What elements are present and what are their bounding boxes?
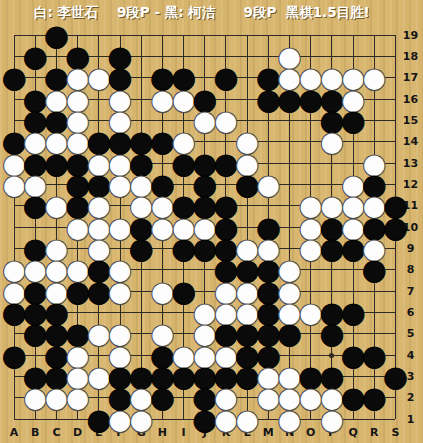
intersection-R6[interactable] [364,302,385,323]
intersection-J1[interactable]: ● [194,408,215,429]
intersection-E19[interactable] [88,25,109,46]
intersection-R8[interactable]: ● [364,259,385,280]
intersection-A2[interactable] [4,387,25,408]
intersection-F1[interactable]: ● [109,408,130,429]
intersection-C11[interactable]: ● [46,195,67,216]
intersection-J18[interactable] [194,46,215,67]
intersection-K15[interactable]: ● [215,110,236,131]
black-stone-Q6: ● [341,302,365,323]
intersection-A19[interactable] [4,25,25,46]
intersection-E3[interactable]: ● [88,366,109,387]
col-label-O: O [300,423,321,441]
intersection-N1[interactable]: ● [279,408,300,429]
intersection-H10[interactable]: ● [152,216,173,237]
intersection-G17[interactable] [131,67,152,88]
black-stone-Q15: ● [341,110,365,131]
intersection-F7[interactable]: ● [109,280,130,301]
intersection-B2[interactable]: ● [25,387,46,408]
black-stone-G9: ● [129,238,153,259]
intersection-F12[interactable]: ● [109,174,130,195]
black-stone-R8: ● [362,259,386,280]
white-stone-G1: ● [129,409,153,430]
col-label-C: C [46,423,67,441]
black-stone-R2: ● [362,387,386,408]
intersection-L17[interactable] [237,67,258,88]
intersection-Q15[interactable]: ● [343,110,364,131]
intersection-R2[interactable]: ● [364,387,385,408]
row-label-6: 6 [399,302,422,323]
intersection-Q6[interactable]: ● [343,302,364,323]
intersection-M19[interactable] [258,25,279,46]
intersection-O9[interactable]: ● [300,238,321,259]
white-stone-L1: ● [235,409,259,430]
intersection-N10[interactable] [279,216,300,237]
intersection-L12[interactable]: ● [237,174,258,195]
row-label-5: 5 [399,323,422,344]
intersection-N13[interactable] [279,152,300,173]
col-label-M: M [258,423,279,441]
intersection-H16[interactable]: ● [152,88,173,109]
row-label-17: 17 [399,67,422,88]
intersection-D10[interactable]: ● [67,216,88,237]
intersection-O6[interactable]: ● [300,302,321,323]
intersection-S10[interactable]: ● [385,216,406,237]
intersection-H19[interactable] [152,25,173,46]
black-stone-H2: ● [150,387,174,408]
intersection-G1[interactable]: ● [131,408,152,429]
row-label-14: 14 [399,131,422,152]
intersection-J9[interactable]: ● [194,238,215,259]
row-label-7: 7 [399,280,422,301]
intersection-Q2[interactable]: ● [343,387,364,408]
col-label-A: A [4,423,25,441]
intersection-E7[interactable]: ● [88,280,109,301]
intersection-H7[interactable]: ● [152,280,173,301]
intersection-N12[interactable] [279,174,300,195]
intersection-Q4[interactable]: ● [343,344,364,365]
white-stone-N1: ● [277,409,301,430]
row-label-18: 18 [399,46,422,67]
go-board: ●●●●●●●●●●●●●●●●●●●●●●●●●●●●●●●●●●●●●●●●… [4,25,407,430]
intersection-C13[interactable]: ● [46,152,67,173]
intersection-M16[interactable]: ● [258,88,279,109]
intersection-A12[interactable]: ● [4,174,25,195]
intersection-I3[interactable]: ● [173,366,194,387]
row-label-1: 1 [399,408,422,429]
row-label-13: 13 [399,152,422,173]
intersection-P14[interactable]: ● [321,131,342,152]
black-stone-S10: ● [383,217,407,238]
intersection-G16[interactable] [131,88,152,109]
star-point-P4 [329,353,334,358]
black-stone-K17: ● [214,67,238,88]
intersection-K1[interactable]: ● [215,408,236,429]
intersection-O2[interactable]: ● [300,387,321,408]
intersection-N16[interactable]: ● [279,88,300,109]
white-stone-M12: ● [256,174,280,195]
intersection-K13[interactable]: ● [215,152,236,173]
intersection-C2[interactable]: ● [46,387,67,408]
intersection-I13[interactable]: ● [173,152,194,173]
intersection-L3[interactable]: ● [237,366,258,387]
col-label-D: D [67,423,88,441]
intersection-N5[interactable]: ● [279,323,300,344]
intersection-I9[interactable]: ● [173,238,194,259]
black-stone-S3: ● [383,366,407,387]
intersection-E5[interactable]: ● [88,323,109,344]
intersection-A6[interactable]: ● [4,302,25,323]
intersection-L1[interactable]: ● [237,408,258,429]
intersection-C19[interactable]: ● [46,25,67,46]
intersection-O14[interactable] [300,131,321,152]
intersection-K19[interactable] [215,25,236,46]
black-stone-N5: ● [277,323,301,344]
intersection-A17[interactable]: ● [4,67,25,88]
intersection-H14[interactable]: ● [152,131,173,152]
intersection-P1[interactable]: ● [321,408,342,429]
intersection-B18[interactable]: ● [25,46,46,67]
intersection-O19[interactable] [300,25,321,46]
intersection-R19[interactable] [364,25,385,46]
intersection-R17[interactable]: ● [364,67,385,88]
intersection-B11[interactable]: ● [25,195,46,216]
col-label-H: H [152,423,173,441]
intersection-E1[interactable]: ● [88,408,109,429]
intersection-L18[interactable] [237,46,258,67]
intersection-P9[interactable]: ● [321,238,342,259]
intersection-I16[interactable]: ● [173,88,194,109]
col-label-R: R [364,423,385,441]
intersection-S3[interactable]: ● [385,366,406,387]
intersection-O13[interactable] [300,152,321,173]
intersection-L19[interactable] [237,25,258,46]
white-stone-F7: ● [108,281,132,302]
go-game-screen: 白: 李世石 9段P - 黑: 柯洁 9段P 黑棋1.5目胜! ●●●●●●●●… [0,0,423,443]
intersection-G18[interactable] [131,46,152,67]
intersection-J15[interactable]: ● [194,110,215,131]
intersection-G7[interactable] [131,280,152,301]
intersection-M12[interactable]: ● [258,174,279,195]
intersection-A10[interactable] [4,216,25,237]
intersection-I19[interactable] [173,25,194,46]
white-stone-R17: ● [362,67,386,88]
row-label-8: 8 [399,259,422,280]
intersection-D7[interactable]: ● [67,280,88,301]
intersection-R4[interactable]: ● [364,344,385,365]
intersection-M2[interactable]: ● [258,387,279,408]
intersection-O16[interactable]: ● [300,88,321,109]
row-label-16: 16 [399,88,422,109]
intersection-G9[interactable]: ● [131,238,152,259]
intersection-N14[interactable] [279,131,300,152]
intersection-D2[interactable]: ● [67,387,88,408]
col-label-B: B [25,423,46,441]
intersection-I7[interactable]: ● [173,280,194,301]
col-label-Q: Q [343,423,364,441]
white-stone-P14: ● [320,131,344,152]
intersection-Q19[interactable] [343,25,364,46]
row-label-19: 19 [399,25,422,46]
intersection-R15[interactable] [364,110,385,131]
intersection-M14[interactable] [258,131,279,152]
match-summary-text: 白: 李世石 9段P - 黑: 柯洁 9段P 黑棋1.5目胜! [34,4,370,22]
intersection-K17[interactable]: ● [215,67,236,88]
intersection-B5[interactable]: ● [25,323,46,344]
intersection-J19[interactable] [194,25,215,46]
row-label-15: 15 [399,110,422,131]
intersection-P19[interactable] [321,25,342,46]
intersection-F10[interactable]: ● [109,216,130,237]
intersection-G6[interactable] [131,302,152,323]
white-stone-P1: ● [320,409,344,430]
intersection-A4[interactable]: ● [4,344,25,365]
intersection-L16[interactable] [237,88,258,109]
intersection-G5[interactable] [131,323,152,344]
col-label-I: I [173,423,194,441]
intersection-G19[interactable] [131,25,152,46]
intersection-H2[interactable]: ● [152,387,173,408]
intersection-E17[interactable]: ● [88,67,109,88]
intersection-Q9[interactable]: ● [343,238,364,259]
intersection-N11[interactable] [279,195,300,216]
intersection-P5[interactable]: ● [321,323,342,344]
